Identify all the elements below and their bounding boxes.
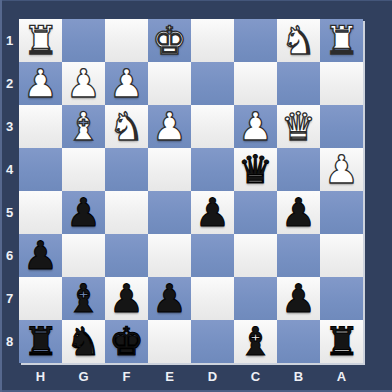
square-c5[interactable] [234,191,277,234]
piece-black-pawn[interactable]: ♟ [152,277,187,320]
piece-black-pawn[interactable]: ♟ [23,234,58,277]
square-d6[interactable] [191,234,234,277]
piece-black-queen[interactable]: ♛ [238,148,273,191]
square-d5[interactable]: ♟ [191,191,234,234]
piece-white-queen[interactable]: ♛ [281,105,316,148]
square-g2[interactable]: ♟ [62,62,105,105]
piece-white-pawn[interactable]: ♟ [152,105,187,148]
square-c2[interactable] [234,62,277,105]
square-f6[interactable] [105,234,148,277]
piece-black-bishop[interactable]: ♝ [238,320,273,363]
square-b2[interactable] [277,62,320,105]
square-e7[interactable]: ♟ [148,277,191,320]
square-f4[interactable] [105,148,148,191]
piece-white-pawn[interactable]: ♟ [109,62,144,105]
square-f8[interactable]: ♚ [105,320,148,363]
square-b1[interactable]: ♞ [277,19,320,62]
square-f3[interactable]: ♞ [105,105,148,148]
piece-white-knight[interactable]: ♞ [109,105,144,148]
square-h7[interactable] [19,277,62,320]
chess-board-frame: ♜♚♞♜♟♟♟♝♞♟♟♛♛♟♟♟♟♟♝♟♟♟♜♞♚♝♜ 12345678HGFE… [0,0,392,392]
square-g6[interactable] [62,234,105,277]
square-b7[interactable]: ♟ [277,277,320,320]
piece-white-pawn[interactable]: ♟ [324,148,359,191]
square-a8[interactable]: ♜ [320,320,363,363]
rank-label-4: 4 [0,148,19,191]
square-f1[interactable] [105,19,148,62]
square-a4[interactable]: ♟ [320,148,363,191]
square-c1[interactable] [234,19,277,62]
square-b6[interactable] [277,234,320,277]
piece-black-rook[interactable]: ♜ [324,320,359,363]
file-label-c: C [234,363,277,392]
rank-label-8: 8 [0,320,19,363]
piece-white-knight[interactable]: ♞ [281,19,316,62]
rank-label-1: 1 [0,19,19,62]
square-a3[interactable] [320,105,363,148]
square-a5[interactable] [320,191,363,234]
square-e4[interactable] [148,148,191,191]
square-a1[interactable]: ♜ [320,19,363,62]
rank-label-3: 3 [0,105,19,148]
square-a7[interactable] [320,277,363,320]
piece-white-bishop[interactable]: ♝ [66,105,101,148]
square-c6[interactable] [234,234,277,277]
rank-label-6: 6 [0,234,19,277]
square-e5[interactable] [148,191,191,234]
square-b4[interactable] [277,148,320,191]
square-b8[interactable] [277,320,320,363]
piece-black-pawn[interactable]: ♟ [66,191,101,234]
square-h6[interactable]: ♟ [19,234,62,277]
square-d4[interactable] [191,148,234,191]
square-g5[interactable]: ♟ [62,191,105,234]
piece-white-pawn[interactable]: ♟ [238,105,273,148]
piece-black-bishop[interactable]: ♝ [66,277,101,320]
square-b3[interactable]: ♛ [277,105,320,148]
square-h2[interactable]: ♟ [19,62,62,105]
square-e3[interactable]: ♟ [148,105,191,148]
piece-black-king[interactable]: ♚ [109,320,144,363]
piece-black-pawn[interactable]: ♟ [195,191,230,234]
file-label-b: B [277,363,320,392]
square-f7[interactable]: ♟ [105,277,148,320]
square-h1[interactable]: ♜ [19,19,62,62]
square-h5[interactable] [19,191,62,234]
square-e8[interactable] [148,320,191,363]
square-c7[interactable] [234,277,277,320]
square-d2[interactable] [191,62,234,105]
square-e2[interactable] [148,62,191,105]
file-label-e: E [148,363,191,392]
square-d3[interactable] [191,105,234,148]
file-label-d: D [191,363,234,392]
file-label-f: F [105,363,148,392]
square-f5[interactable] [105,191,148,234]
piece-white-rook[interactable]: ♜ [324,19,359,62]
square-g4[interactable] [62,148,105,191]
square-b5[interactable]: ♟ [277,191,320,234]
piece-white-pawn[interactable]: ♟ [23,62,58,105]
square-e6[interactable] [148,234,191,277]
piece-black-rook[interactable]: ♜ [23,320,58,363]
square-c4[interactable]: ♛ [234,148,277,191]
square-g1[interactable] [62,19,105,62]
file-label-h: H [19,363,62,392]
square-g8[interactable]: ♞ [62,320,105,363]
rank-label-5: 5 [0,191,19,234]
chess-board: ♜♚♞♜♟♟♟♝♞♟♟♛♛♟♟♟♟♟♝♟♟♟♜♞♚♝♜ [19,19,363,363]
square-h4[interactable] [19,148,62,191]
piece-black-pawn[interactable]: ♟ [281,277,316,320]
square-d1[interactable] [191,19,234,62]
square-a2[interactable] [320,62,363,105]
square-c3[interactable]: ♟ [234,105,277,148]
rank-label-2: 2 [0,62,19,105]
piece-black-pawn[interactable]: ♟ [281,191,316,234]
square-d8[interactable] [191,320,234,363]
piece-black-pawn[interactable]: ♟ [109,277,144,320]
square-e1[interactable]: ♚ [148,19,191,62]
square-c8[interactable]: ♝ [234,320,277,363]
piece-white-pawn[interactable]: ♟ [66,62,101,105]
piece-white-rook[interactable]: ♜ [23,19,58,62]
file-label-g: G [62,363,105,392]
square-h8[interactable]: ♜ [19,320,62,363]
square-h3[interactable] [19,105,62,148]
square-a6[interactable] [320,234,363,277]
file-label-a: A [320,363,363,392]
piece-black-knight[interactable]: ♞ [66,320,101,363]
piece-white-king[interactable]: ♚ [152,19,187,62]
square-d7[interactable] [191,277,234,320]
square-g3[interactable]: ♝ [62,105,105,148]
square-g7[interactable]: ♝ [62,277,105,320]
rank-label-7: 7 [0,277,19,320]
square-f2[interactable]: ♟ [105,62,148,105]
